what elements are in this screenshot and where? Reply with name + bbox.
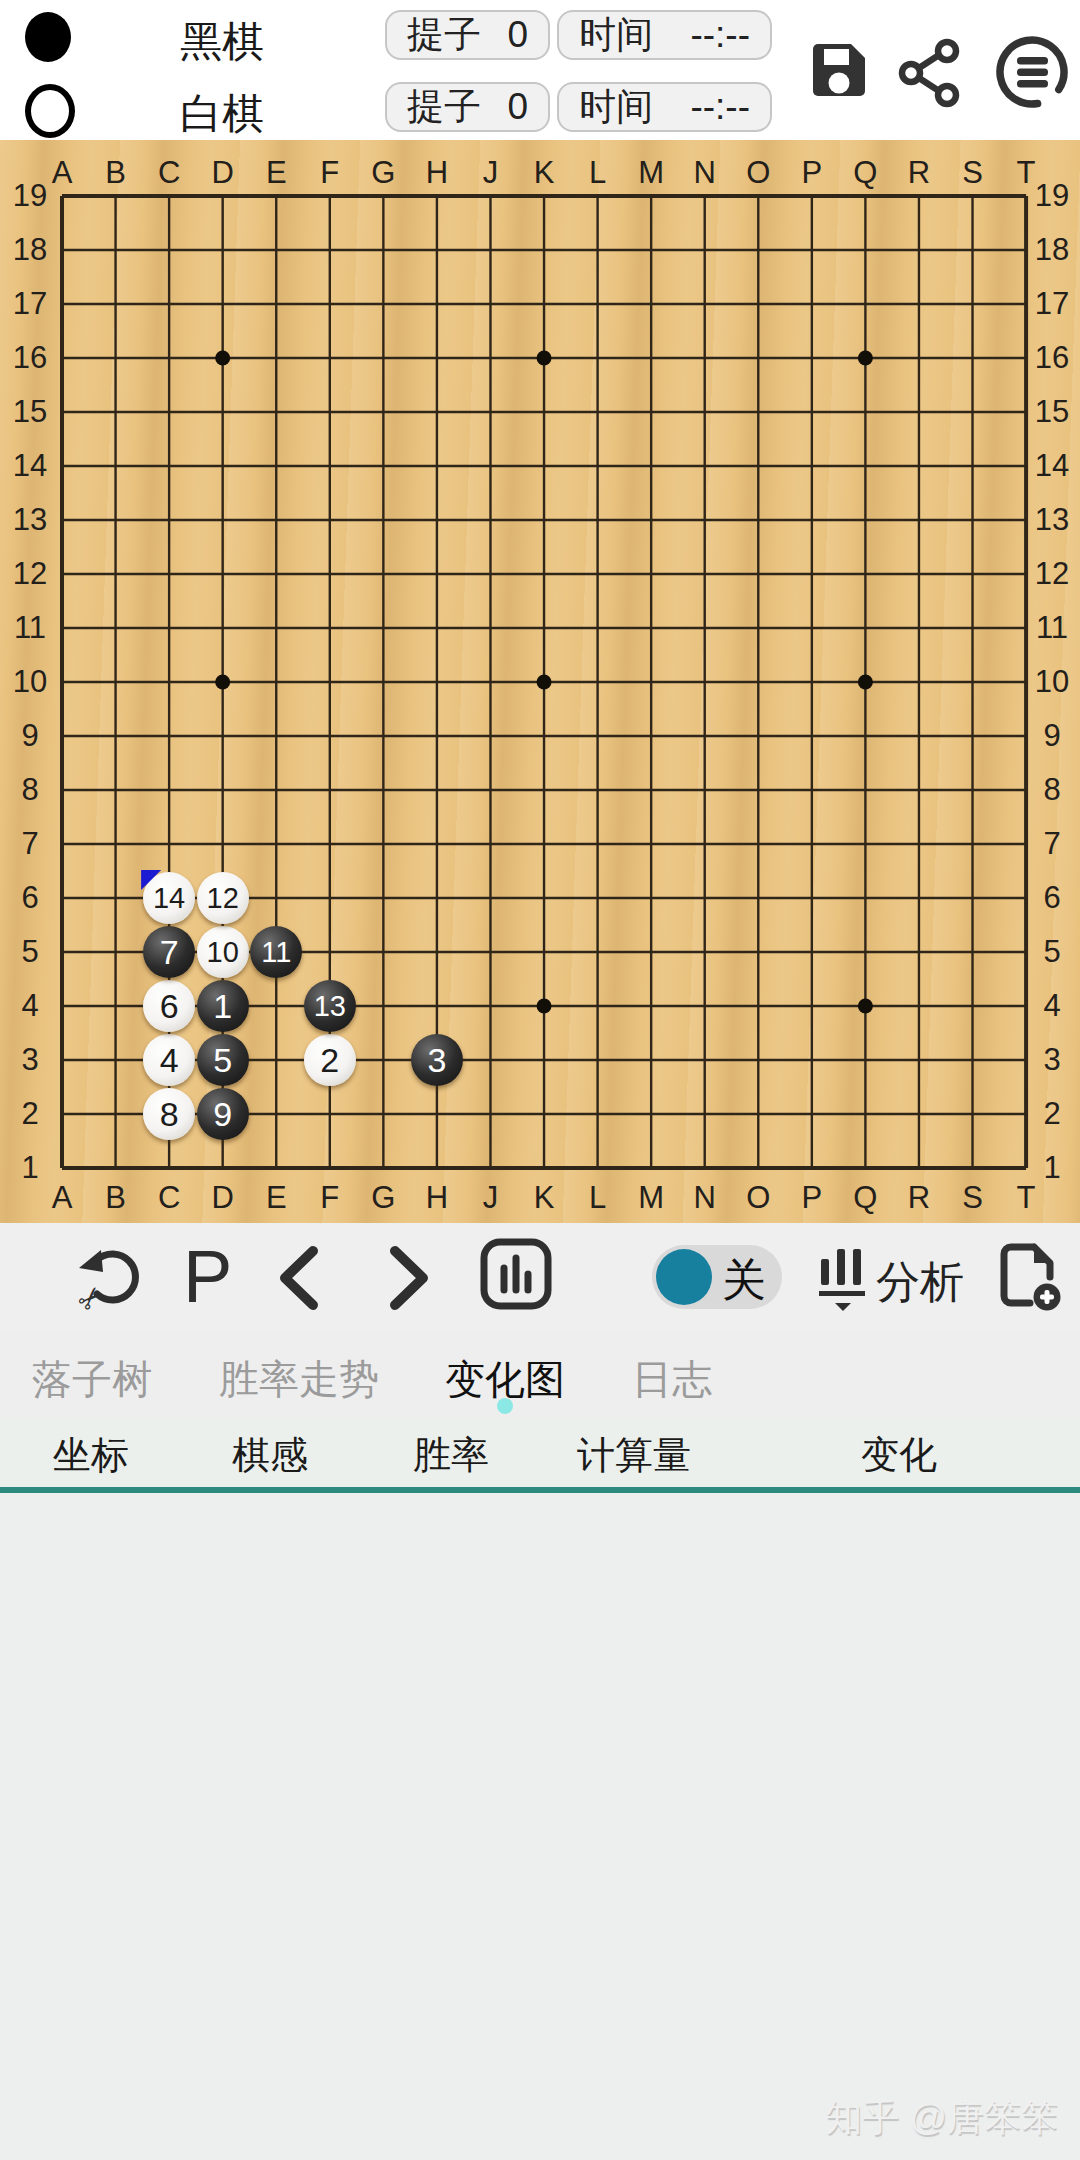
move-number: 6: [160, 989, 179, 1023]
file-add-icon: [994, 1239, 1064, 1315]
option-tab-variation[interactable]: 变化: [861, 1430, 937, 1481]
board-row-label-right: 12: [1035, 556, 1069, 592]
board-row-label-right: 9: [1043, 718, 1060, 754]
board-col-label-bottom: E: [266, 1180, 287, 1216]
variation-panel: 知乎 @唐笨笨: [0, 1493, 1080, 2160]
time-label: 时间: [579, 10, 653, 60]
analysis-menu-button[interactable]: [819, 1243, 869, 1317]
board-row-label-left: 14: [13, 448, 47, 484]
black-player-label: 黑棋: [180, 14, 264, 70]
board-col-label-top: G: [371, 155, 395, 191]
board-row-label-right: 16: [1035, 340, 1069, 376]
board-col-label-top: Q: [853, 155, 877, 191]
time-label: 时间: [579, 82, 653, 132]
menu-icon: [990, 30, 1074, 114]
board-row-label-right: 4: [1043, 988, 1060, 1024]
board-row-label-left: 3: [21, 1042, 38, 1078]
move-number: 12: [207, 884, 239, 913]
white-stone-14: 14: [143, 872, 195, 924]
star-point: [858, 351, 873, 366]
undo-scissors-icon: ✂: [77, 1241, 151, 1317]
board-col-label-top: H: [426, 155, 448, 191]
board-col-label-top: R: [908, 155, 930, 191]
board-col-label-bottom: L: [589, 1180, 606, 1216]
board-col-label-bottom: R: [908, 1180, 930, 1216]
bar-chart-box-icon: [479, 1237, 553, 1311]
toggle-knob: [656, 1249, 712, 1305]
captures-label: 提子: [407, 10, 481, 60]
move-number: 8: [160, 1097, 179, 1131]
board-col-label-bottom: S: [962, 1180, 983, 1216]
pass-button[interactable]: P: [183, 1240, 232, 1314]
board-row-label-right: 3: [1043, 1042, 1060, 1078]
move-number: 9: [213, 1097, 232, 1131]
move-number: 13: [314, 992, 346, 1021]
white-stone-10: 10: [197, 926, 249, 978]
board-col-label-top: D: [211, 155, 233, 191]
move-number: 10: [207, 938, 239, 967]
board-row-label-right: 14: [1035, 448, 1069, 484]
black-stone-1: 1: [197, 980, 249, 1032]
board-row-label-right: 2: [1043, 1096, 1060, 1132]
board-row-label-left: 15: [13, 394, 47, 430]
white-captures-value: 0: [507, 86, 528, 128]
menu-button[interactable]: [990, 30, 1074, 118]
go-app: 黑棋 白棋 提子 0 时间 --:-- 提子 0 时间 --:--: [0, 0, 1080, 2160]
white-stone-2: 2: [304, 1034, 356, 1086]
board-col-label-top: A: [52, 155, 73, 191]
option-tab-winrate[interactable]: 胜率: [413, 1430, 489, 1481]
board-col-label-top: S: [962, 155, 983, 191]
board-row-label-left: 12: [13, 556, 47, 592]
board-col-label-bottom: P: [801, 1180, 822, 1216]
option-tab-visits[interactable]: 计算量: [577, 1430, 691, 1481]
captures-label: 提子: [407, 82, 481, 132]
board-col-label-top: F: [320, 155, 339, 191]
board-row-label-right: 19: [1035, 178, 1069, 214]
white-stone-icon: [25, 84, 75, 138]
board-row-label-right: 8: [1043, 772, 1060, 808]
board-col-label-top: B: [105, 155, 126, 191]
board-row-label-right: 18: [1035, 232, 1069, 268]
next-move-button[interactable]: [385, 1245, 431, 1315]
board-col-label-bottom: A: [52, 1180, 73, 1216]
board-col-label-top: J: [483, 155, 499, 191]
move-number: 4: [160, 1043, 179, 1077]
board-col-label-bottom: B: [105, 1180, 126, 1216]
option-tab-intuition[interactable]: 棋感: [232, 1430, 308, 1481]
black-stone-13: 13: [304, 980, 356, 1032]
black-captures-chip: 提子 0: [385, 10, 550, 60]
board-row-label-right: 17: [1035, 286, 1069, 322]
board-col-label-bottom: K: [534, 1180, 555, 1216]
tab-winrate-trend[interactable]: 胜率走势: [219, 1352, 379, 1407]
board-col-label-top: C: [158, 155, 180, 191]
board-row-label-left: 10: [13, 664, 47, 700]
move-number: 7: [160, 935, 179, 969]
move-number: 3: [427, 1043, 446, 1077]
white-time-value: --:--: [690, 86, 750, 128]
black-stone-11: 11: [250, 926, 302, 978]
save-button[interactable]: [806, 37, 872, 107]
move-number: 11: [261, 938, 291, 967]
chevron-right-icon: [385, 1245, 431, 1311]
board-col-label-top: M: [638, 155, 664, 191]
board-row-label-left: 5: [21, 934, 38, 970]
board-col-label-bottom: F: [320, 1180, 339, 1216]
board-col-label-bottom: N: [694, 1180, 716, 1216]
star-point: [537, 675, 552, 690]
white-captures-chip: 提子 0: [385, 82, 550, 132]
toggle-state-label: 关: [722, 1251, 766, 1310]
active-tab-dot: [497, 1398, 513, 1414]
board-row-label-left: 17: [13, 286, 47, 322]
board-row-label-right: 13: [1035, 502, 1069, 538]
black-stone-icon: [25, 12, 71, 62]
board-row-label-left: 11: [14, 610, 46, 646]
board-row-label-left: 8: [21, 772, 38, 808]
save-icon: [806, 37, 872, 103]
share-icon: [898, 38, 968, 108]
black-time-chip: 时间 --:--: [557, 10, 772, 60]
black-time-value: --:--: [690, 14, 750, 56]
board-row-label-left: 7: [21, 826, 38, 862]
watermark: 知乎 @唐笨笨: [825, 2093, 1058, 2143]
star-point: [858, 675, 873, 690]
option-tab-coordinates[interactable]: 坐标: [53, 1430, 129, 1481]
board-col-label-bottom: O: [746, 1180, 770, 1216]
board-row-label-right: 7: [1043, 826, 1060, 862]
tab-move-tree[interactable]: 落子树: [32, 1352, 152, 1407]
board-col-label-bottom: C: [158, 1180, 180, 1216]
board-col-label-bottom: J: [483, 1180, 499, 1216]
board-col-label-bottom: H: [426, 1180, 448, 1216]
star-point: [215, 351, 230, 366]
board-col-label-bottom: G: [371, 1180, 395, 1216]
display-option-tabs: 坐标棋感胜率计算量变化: [0, 1418, 1080, 1487]
board-row-label-right: 11: [1036, 610, 1068, 646]
board-row-label-left: 16: [13, 340, 47, 376]
star-point: [215, 675, 230, 690]
black-stone-7: 7: [143, 926, 195, 978]
board-col-label-bottom: Q: [853, 1180, 877, 1216]
svg-text:✂: ✂: [77, 1278, 112, 1317]
board-col-label-top: P: [801, 155, 822, 191]
white-time-chip: 时间 --:--: [557, 82, 772, 132]
board-row-label-left: 4: [21, 988, 38, 1024]
toolbar: ✂ P 关: [0, 1223, 1080, 1332]
board-row-label-left: 18: [13, 232, 47, 268]
board-col-label-bottom: M: [638, 1180, 664, 1216]
board-row-label-right: 10: [1035, 664, 1069, 700]
white-stone-4: 4: [143, 1034, 195, 1086]
chart-panel-button[interactable]: [479, 1237, 553, 1315]
board-col-label-top: E: [266, 155, 287, 191]
board-col-label-top: K: [534, 155, 555, 191]
black-stone-9: 9: [197, 1088, 249, 1140]
move-number: 1: [213, 989, 232, 1023]
undo-button[interactable]: ✂: [77, 1241, 151, 1321]
go-board[interactable]: AABBCCDDEEFFGGHHJJKKLLMMNNOOPPQQRRSSTT19…: [0, 140, 1080, 1223]
star-point: [537, 999, 552, 1014]
black-stone-3: 3: [411, 1034, 463, 1086]
board-row-label-right: 15: [1035, 394, 1069, 430]
board-col-label-bottom: T: [1017, 1180, 1036, 1216]
board-row-label-right: 6: [1043, 880, 1060, 916]
black-captures-value: 0: [507, 14, 528, 56]
white-player-label: 白棋: [180, 86, 264, 142]
white-stone-8: 8: [143, 1088, 195, 1140]
move-number: 2: [320, 1043, 339, 1077]
white-stone-12: 12: [197, 872, 249, 924]
board-row-label-left: 13: [13, 502, 47, 538]
board-col-label-top: N: [694, 155, 716, 191]
board-col-label-top: T: [1017, 155, 1036, 191]
move-number: 14: [153, 884, 185, 913]
board-col-label-top: O: [746, 155, 770, 191]
tab-log[interactable]: 日志: [632, 1352, 712, 1407]
share-button[interactable]: [898, 38, 968, 112]
star-point: [537, 351, 552, 366]
white-stone-6: 6: [143, 980, 195, 1032]
board-col-label-top: L: [589, 155, 606, 191]
board-col-label-bottom: D: [211, 1180, 233, 1216]
board-row-label-left: 6: [21, 880, 38, 916]
header: 黑棋 白棋 提子 0 时间 --:-- 提子 0 时间 --:--: [0, 0, 1080, 140]
analysis-bars-icon: [819, 1243, 869, 1313]
chevron-left-icon: [277, 1245, 323, 1311]
board-row-label-left: 9: [21, 718, 38, 754]
move-number: 5: [213, 1043, 232, 1077]
board-row-label-left: 19: [13, 178, 47, 214]
panel-tabs: 落子树胜率走势变化图日志: [0, 1332, 1080, 1418]
black-stone-5: 5: [197, 1034, 249, 1086]
prev-move-button[interactable]: [277, 1245, 323, 1315]
analysis-label: 分析: [876, 1253, 964, 1312]
board-row-label-right: 5: [1043, 934, 1060, 970]
new-file-button[interactable]: [994, 1239, 1064, 1319]
board-row-label-right: 1: [1043, 1150, 1060, 1186]
board-row-label-left: 2: [21, 1096, 38, 1132]
star-point: [858, 999, 873, 1014]
analysis-toggle[interactable]: 关: [652, 1245, 782, 1309]
board-row-label-left: 1: [21, 1150, 38, 1186]
